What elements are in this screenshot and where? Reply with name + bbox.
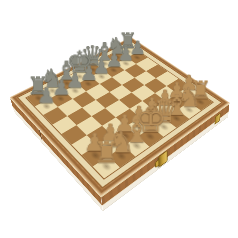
chess-board: ♜♟♟♜♞♟♟♞♝♟♟♝♛♟♟♛♚♟♟♚♝♟♟♝♞♟♟♞♜♟♟♜ <box>10 37 230 196</box>
square-h8: ♜ <box>27 90 50 106</box>
piece-shadow <box>157 122 171 132</box>
piece-white-rook: ♜ <box>186 78 216 102</box>
piece-shadow <box>74 72 85 80</box>
piece-shadow <box>159 105 172 114</box>
piece-shadow <box>88 150 102 162</box>
piece-shadow <box>99 161 113 173</box>
brass-clasp-icon <box>158 150 167 168</box>
piece-shadow <box>170 114 183 124</box>
square-c4 <box>132 85 155 100</box>
piece-shadow <box>115 150 129 162</box>
piece-shadow <box>144 131 158 142</box>
piece-shadow <box>171 97 184 106</box>
piece-shadow <box>83 80 95 88</box>
piece-shadow <box>69 87 81 95</box>
board-tilt-wrapper: ♜♟♟♜♞♟♟♞♝♟♟♝♛♟♟♛♚♟♟♚♝♟♟♝♞♟♟♞♜♟♟♜ <box>10 37 230 196</box>
piece-shadow <box>104 140 118 151</box>
piece-shadow <box>61 79 72 87</box>
piece-shadow <box>183 90 196 99</box>
board-border: ♜♟♟♜♞♟♟♞♝♟♟♝♛♟♟♛♚♟♟♚♝♟♟♝♞♟♟♞♜♟♟♜ <box>17 40 223 188</box>
piece-shadow <box>146 113 159 123</box>
product-photo-scene: ♜♟♟♜♞♟♟♞♝♟♟♝♛♟♟♛♚♟♟♚♝♟♟♝♞♟♟♞♜♟♟♜ <box>0 0 238 238</box>
piece-shadow <box>118 130 132 141</box>
piece-shadow <box>183 105 196 114</box>
piece-shadow <box>132 121 145 131</box>
piece-shadow <box>194 98 207 107</box>
piece-shadow <box>130 140 144 151</box>
